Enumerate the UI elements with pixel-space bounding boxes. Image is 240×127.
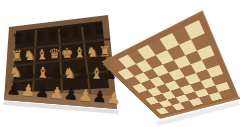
chess-set-photo: ♜♞♝♛♚♝♞♜ ♜♞♝♛♚♝♞♜ ♞♟♝♟♞♟♝♟ ♟♟♟♟♟♟♟♟: [0, 0, 240, 127]
board-square: [219, 89, 233, 99]
